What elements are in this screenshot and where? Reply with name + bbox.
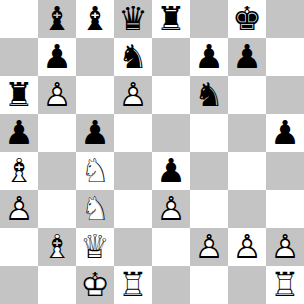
square-c1[interactable]: ♚♔ <box>76 266 114 304</box>
square-b8[interactable]: ♝ <box>38 0 76 38</box>
square-h8[interactable] <box>266 0 304 38</box>
square-d8[interactable]: ♛ <box>114 0 152 38</box>
piece-outline-layer: ♙ <box>0 190 38 228</box>
square-d4[interactable] <box>114 152 152 190</box>
piece-outline-layer: ♙ <box>152 190 190 228</box>
white-bishop-icon[interactable]: ♝♗ <box>38 228 76 266</box>
square-d7[interactable]: ♞ <box>114 38 152 76</box>
black-pawn-icon[interactable]: ♟ <box>228 38 266 76</box>
piece-outline-layer: ♕ <box>76 228 114 266</box>
square-g5[interactable] <box>228 114 266 152</box>
piece-glyph: ♜ <box>0 76 38 114</box>
white-bishop-icon[interactable]: ♝♗ <box>0 152 38 190</box>
piece-outline-layer: ♖ <box>266 266 304 304</box>
square-a8[interactable] <box>0 0 38 38</box>
square-e1[interactable] <box>152 266 190 304</box>
square-e4[interactable]: ♟ <box>152 152 190 190</box>
square-b2[interactable]: ♝♗ <box>38 228 76 266</box>
square-b5[interactable] <box>38 114 76 152</box>
black-bishop-icon[interactable]: ♝ <box>38 0 76 38</box>
black-knight-icon[interactable]: ♞ <box>114 38 152 76</box>
square-h4[interactable] <box>266 152 304 190</box>
white-knight-icon[interactable]: ♞♘ <box>76 190 114 228</box>
black-pawn-icon[interactable]: ♟ <box>0 114 38 152</box>
black-rook-icon[interactable]: ♜ <box>152 0 190 38</box>
piece-glyph: ♞ <box>114 38 152 76</box>
square-g7[interactable]: ♟ <box>228 38 266 76</box>
square-f1[interactable] <box>190 266 228 304</box>
black-pawn-icon[interactable]: ♟ <box>152 152 190 190</box>
square-a6[interactable]: ♜ <box>0 76 38 114</box>
white-pawn-icon[interactable]: ♟♙ <box>190 228 228 266</box>
piece-glyph: ♜ <box>152 0 190 38</box>
square-d5[interactable] <box>114 114 152 152</box>
piece-outline-layer: ♘ <box>76 190 114 228</box>
square-b4[interactable] <box>38 152 76 190</box>
square-e3[interactable]: ♟♙ <box>152 190 190 228</box>
black-pawn-icon[interactable]: ♟ <box>266 114 304 152</box>
square-g2[interactable]: ♟♙ <box>228 228 266 266</box>
square-b6[interactable]: ♟♙ <box>38 76 76 114</box>
square-a2[interactable] <box>0 228 38 266</box>
piece-outline-layer: ♖ <box>114 266 152 304</box>
square-f7[interactable]: ♟ <box>190 38 228 76</box>
square-e6[interactable] <box>152 76 190 114</box>
piece-glyph: ♚ <box>228 0 266 38</box>
piece-outline-layer: ♙ <box>228 228 266 266</box>
white-king-icon[interactable]: ♚♔ <box>76 266 114 304</box>
black-pawn-icon[interactable]: ♟ <box>38 38 76 76</box>
square-c6[interactable] <box>76 76 114 114</box>
square-g8[interactable]: ♚ <box>228 0 266 38</box>
black-king-icon[interactable]: ♚ <box>228 0 266 38</box>
white-pawn-icon[interactable]: ♟♙ <box>228 228 266 266</box>
square-e7[interactable] <box>152 38 190 76</box>
square-d1[interactable]: ♜♖ <box>114 266 152 304</box>
square-f5[interactable] <box>190 114 228 152</box>
piece-glyph: ♞ <box>190 76 228 114</box>
square-a5[interactable]: ♟ <box>0 114 38 152</box>
square-c2[interactable]: ♛♕ <box>76 228 114 266</box>
piece-outline-layer: ♙ <box>38 76 76 114</box>
square-f2[interactable]: ♟♙ <box>190 228 228 266</box>
black-pawn-icon[interactable]: ♟ <box>76 114 114 152</box>
square-f6[interactable]: ♞ <box>190 76 228 114</box>
piece-outline-layer: ♘ <box>76 152 114 190</box>
square-g6[interactable] <box>228 76 266 114</box>
square-c5[interactable]: ♟ <box>76 114 114 152</box>
square-a7[interactable] <box>0 38 38 76</box>
square-e8[interactable]: ♜ <box>152 0 190 38</box>
square-c3[interactable]: ♞♘ <box>76 190 114 228</box>
square-h3[interactable] <box>266 190 304 228</box>
white-queen-icon[interactable]: ♛♕ <box>76 228 114 266</box>
piece-glyph: ♝ <box>76 0 114 38</box>
black-pawn-icon[interactable]: ♟ <box>190 38 228 76</box>
white-rook-icon[interactable]: ♜♖ <box>266 266 304 304</box>
square-e2[interactable] <box>152 228 190 266</box>
piece-glyph: ♟ <box>152 152 190 190</box>
white-rook-icon[interactable]: ♜♖ <box>114 266 152 304</box>
square-e5[interactable] <box>152 114 190 152</box>
piece-glyph: ♛ <box>114 0 152 38</box>
square-h6[interactable] <box>266 76 304 114</box>
square-d6[interactable]: ♟♙ <box>114 76 152 114</box>
square-g3[interactable] <box>228 190 266 228</box>
square-b1[interactable] <box>38 266 76 304</box>
piece-glyph: ♝ <box>38 0 76 38</box>
square-f8[interactable] <box>190 0 228 38</box>
piece-outline-layer: ♙ <box>266 228 304 266</box>
piece-outline-layer: ♙ <box>114 76 152 114</box>
square-c4[interactable]: ♞♘ <box>76 152 114 190</box>
square-f3[interactable] <box>190 190 228 228</box>
white-pawn-icon[interactable]: ♟♙ <box>266 228 304 266</box>
black-bishop-icon[interactable]: ♝ <box>76 0 114 38</box>
white-pawn-icon[interactable]: ♟♙ <box>0 190 38 228</box>
piece-outline-layer: ♔ <box>76 266 114 304</box>
chess-board: ♝♝♛♜♚♟♞♟♟♜♟♙♟♙♞♟♟♟♝♗♞♘♟♟♙♞♘♟♙♝♗♛♕♟♙♟♙♟♙♚… <box>0 0 304 304</box>
piece-outline-layer: ♙ <box>190 228 228 266</box>
piece-outline-layer: ♗ <box>38 228 76 266</box>
square-a4[interactable]: ♝♗ <box>0 152 38 190</box>
white-pawn-icon[interactable]: ♟♙ <box>114 76 152 114</box>
piece-glyph: ♟ <box>76 114 114 152</box>
square-h7[interactable] <box>266 38 304 76</box>
square-b7[interactable]: ♟ <box>38 38 76 76</box>
square-g1[interactable] <box>228 266 266 304</box>
white-pawn-icon[interactable]: ♟♙ <box>38 76 76 114</box>
piece-glyph: ♟ <box>190 38 228 76</box>
square-b3[interactable] <box>38 190 76 228</box>
square-h1[interactable]: ♜♖ <box>266 266 304 304</box>
square-g4[interactable] <box>228 152 266 190</box>
piece-glyph: ♟ <box>38 38 76 76</box>
black-rook-icon[interactable]: ♜ <box>0 76 38 114</box>
square-h5[interactable]: ♟ <box>266 114 304 152</box>
square-a3[interactable]: ♟♙ <box>0 190 38 228</box>
square-d2[interactable] <box>114 228 152 266</box>
piece-glyph: ♟ <box>228 38 266 76</box>
piece-glyph: ♟ <box>266 114 304 152</box>
square-c7[interactable] <box>76 38 114 76</box>
white-knight-icon[interactable]: ♞♘ <box>76 152 114 190</box>
square-f4[interactable] <box>190 152 228 190</box>
square-d3[interactable] <box>114 190 152 228</box>
square-c8[interactable]: ♝ <box>76 0 114 38</box>
black-queen-icon[interactable]: ♛ <box>114 0 152 38</box>
piece-glyph: ♟ <box>0 114 38 152</box>
square-a1[interactable] <box>0 266 38 304</box>
piece-outline-layer: ♗ <box>0 152 38 190</box>
white-pawn-icon[interactable]: ♟♙ <box>152 190 190 228</box>
square-h2[interactable]: ♟♙ <box>266 228 304 266</box>
black-knight-icon[interactable]: ♞ <box>190 76 228 114</box>
